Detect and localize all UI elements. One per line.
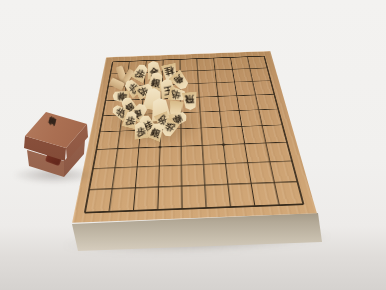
piece-box[interactable]: 御将棋駒 xyxy=(16,104,94,184)
photo-backdrop: 金歩桂銀角歩王歩香歩銀飛金香車歩歩桂歩香歩銀歩 御将棋駒 xyxy=(0,0,386,290)
shogi-piece[interactable]: 飛 xyxy=(181,91,199,110)
